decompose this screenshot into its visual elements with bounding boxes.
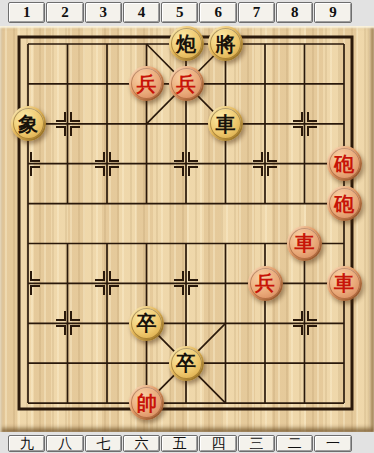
piece-black-cannon[interactable]: 炮	[169, 26, 204, 61]
file-button-top-5[interactable]: 5	[161, 2, 198, 23]
black-piece-glyph: 卒	[176, 353, 196, 373]
piece-face: 車	[289, 228, 320, 259]
bottom-file-strip: 九八七六五四三二一	[0, 433, 374, 453]
red-piece-glyph: 兵	[176, 74, 196, 94]
file-button-top-7[interactable]: 7	[238, 2, 275, 23]
file-button-top-8[interactable]: 8	[276, 2, 313, 23]
piece-face: 炮	[171, 28, 202, 59]
red-piece-glyph: 砲	[334, 154, 354, 174]
piece-black-general[interactable]: 將	[208, 26, 243, 61]
file-button-bottom-5[interactable]: 五	[161, 435, 198, 452]
piece-black-soldier[interactable]: 卒	[129, 306, 164, 341]
piece-red-cannon[interactable]: 砲	[327, 146, 362, 181]
piece-face: 卒	[171, 348, 202, 379]
piece-red-soldier[interactable]: 兵	[129, 66, 164, 101]
red-piece-glyph: 兵	[137, 74, 157, 94]
piece-red-chariot[interactable]: 車	[327, 266, 362, 301]
piece-red-general[interactable]: 帥	[129, 385, 164, 420]
piece-face: 兵	[131, 68, 162, 99]
file-button-bottom-7[interactable]: 三	[238, 435, 275, 452]
piece-face: 車	[210, 108, 241, 139]
file-button-bottom-1[interactable]: 九	[8, 435, 45, 452]
piece-red-soldier[interactable]: 兵	[169, 66, 204, 101]
red-piece-glyph: 砲	[334, 194, 354, 214]
piece-face: 兵	[250, 268, 281, 299]
file-button-top-2[interactable]: 2	[46, 2, 83, 23]
red-piece-glyph: 兵	[255, 273, 275, 293]
piece-face: 卒	[131, 308, 162, 339]
file-button-top-4[interactable]: 4	[123, 2, 160, 23]
red-piece-glyph: 車	[334, 273, 354, 293]
file-button-bottom-9[interactable]: 一	[314, 435, 351, 452]
black-piece-glyph: 象	[18, 114, 38, 134]
file-button-bottom-4[interactable]: 六	[123, 435, 160, 452]
piece-face: 帥	[131, 387, 162, 418]
piece-black-elephant[interactable]: 象	[11, 106, 46, 141]
file-button-bottom-8[interactable]: 二	[276, 435, 313, 452]
red-piece-glyph: 車	[295, 233, 315, 253]
piece-red-chariot[interactable]: 車	[287, 226, 322, 261]
red-piece-glyph: 帥	[137, 393, 157, 413]
piece-face: 砲	[329, 188, 360, 219]
piece-face: 砲	[329, 148, 360, 179]
black-piece-glyph: 車	[216, 114, 236, 134]
piece-face: 車	[329, 268, 360, 299]
piece-face: 象	[13, 108, 44, 139]
xiangqi-app: 123456789 炮將兵兵象車砲砲車兵車卒卒帥 九八七六五四三二一	[0, 0, 374, 453]
pieces-layer: 炮將兵兵象車砲砲車兵車卒卒帥	[8, 24, 364, 423]
piece-black-soldier[interactable]: 卒	[169, 346, 204, 381]
black-piece-glyph: 卒	[137, 313, 157, 333]
black-piece-glyph: 將	[216, 34, 236, 54]
top-file-strip: 123456789	[0, 0, 374, 26]
file-button-top-3[interactable]: 3	[85, 2, 122, 23]
piece-face: 將	[210, 28, 241, 59]
piece-black-chariot[interactable]: 車	[208, 106, 243, 141]
piece-red-cannon[interactable]: 砲	[327, 186, 362, 221]
file-button-top-1[interactable]: 1	[8, 2, 45, 23]
file-button-bottom-2[interactable]: 八	[46, 435, 83, 452]
file-button-bottom-6[interactable]: 四	[199, 435, 236, 452]
file-button-bottom-3[interactable]: 七	[85, 435, 122, 452]
piece-red-soldier[interactable]: 兵	[248, 266, 283, 301]
file-button-top-9[interactable]: 9	[314, 2, 351, 23]
file-button-top-6[interactable]: 6	[199, 2, 236, 23]
piece-face: 兵	[171, 68, 202, 99]
black-piece-glyph: 炮	[176, 34, 196, 54]
